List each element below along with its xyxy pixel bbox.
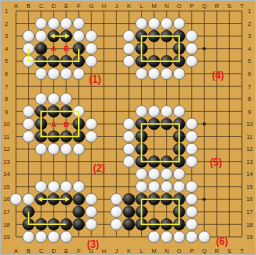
white-stone — [73, 68, 85, 80]
white-stone — [111, 193, 123, 205]
white-stone — [161, 181, 173, 193]
white-stone — [23, 231, 35, 243]
white-stone — [186, 219, 198, 231]
white-stone — [86, 193, 98, 205]
white-stone — [35, 93, 47, 105]
white-stone — [48, 143, 60, 155]
white-stone — [48, 93, 60, 105]
white-stone — [48, 18, 60, 30]
column-label-top: B — [27, 3, 31, 9]
white-stone — [173, 106, 185, 118]
column-label-top: Q — [202, 3, 207, 9]
black-stone — [123, 206, 135, 218]
white-stone — [48, 231, 60, 243]
white-stone — [86, 30, 98, 42]
column-label-bottom: F — [77, 248, 81, 254]
white-stone — [198, 231, 210, 243]
white-stone — [173, 231, 185, 243]
white-stone — [123, 30, 135, 42]
column-label-bottom: D — [51, 248, 56, 254]
white-stone — [73, 30, 85, 42]
white-stone — [10, 193, 22, 205]
column-label-top: N — [164, 3, 168, 9]
white-stone — [186, 156, 198, 168]
row-label-left: 17 — [3, 209, 10, 215]
column-label-top: H — [102, 3, 106, 9]
white-stone — [86, 43, 98, 55]
white-stone — [73, 143, 85, 155]
problem-number-label: (1) — [89, 74, 101, 85]
white-stone — [148, 231, 160, 243]
white-stone — [123, 55, 135, 67]
column-label-top: G — [89, 3, 94, 9]
column-label-top: M — [152, 3, 157, 9]
row-label-left: 18 — [3, 222, 10, 228]
column-label-bottom: N — [164, 248, 168, 254]
white-stone — [148, 68, 160, 80]
white-stone — [48, 181, 60, 193]
column-label-top: T — [240, 3, 244, 9]
white-stone — [86, 55, 98, 67]
white-stone — [35, 181, 47, 193]
white-stone — [23, 118, 35, 130]
column-label-bottom: M — [152, 248, 157, 254]
white-stone — [60, 143, 72, 155]
white-stone — [35, 231, 47, 243]
white-stone — [86, 131, 98, 143]
column-label-bottom: K — [127, 248, 131, 254]
column-label-top: P — [190, 3, 194, 9]
white-stone — [123, 131, 135, 143]
marked-point-b: B — [63, 120, 69, 129]
white-stone — [186, 30, 198, 42]
black-stone — [73, 206, 85, 218]
problem-number-label: (6) — [216, 236, 228, 247]
white-stone — [148, 18, 160, 30]
column-label-bottom: S — [227, 248, 231, 254]
white-stone — [60, 68, 72, 80]
column-label-bottom: R — [215, 248, 220, 254]
go-board[interactable]: AABBCCDDEEFFGGHHJJKKLLMMNNOOPPQQRRSSTT11… — [0, 0, 256, 255]
column-label-bottom: T — [240, 248, 244, 254]
white-stone — [111, 206, 123, 218]
column-label-bottom: P — [190, 248, 194, 254]
white-stone — [186, 206, 198, 218]
row-label-right: 13 — [246, 159, 253, 165]
row-label-left: 15 — [3, 184, 10, 190]
column-label-top: K — [127, 3, 131, 9]
white-stone — [136, 181, 148, 193]
problem-number-label: (4) — [212, 70, 224, 81]
row-label-right: 16 — [246, 196, 253, 202]
white-stone — [173, 18, 185, 30]
row-label-left: 19 — [3, 234, 10, 240]
white-stone — [186, 231, 198, 243]
white-stone — [161, 18, 173, 30]
row-label-right: 15 — [246, 184, 253, 190]
column-label-top: O — [177, 3, 182, 9]
white-stone — [148, 181, 160, 193]
column-label-bottom: H — [102, 248, 106, 254]
white-stone — [186, 118, 198, 130]
column-label-top: S — [227, 3, 231, 9]
white-stone — [173, 168, 185, 180]
column-label-top: J — [115, 3, 118, 9]
white-stone — [136, 18, 148, 30]
white-stone — [35, 18, 47, 30]
white-stone — [123, 118, 135, 130]
white-stone — [60, 93, 72, 105]
column-label-top: F — [77, 3, 81, 9]
column-label-top: D — [51, 3, 56, 9]
white-stone — [73, 181, 85, 193]
black-stone — [73, 193, 85, 205]
column-label-top: C — [39, 3, 44, 9]
white-stone — [161, 106, 173, 118]
white-stone — [186, 143, 198, 155]
row-label-left: 10 — [3, 121, 10, 127]
white-stone — [123, 143, 135, 155]
white-stone — [136, 68, 148, 80]
white-stone — [60, 231, 72, 243]
white-stone — [86, 219, 98, 231]
row-label-right: 12 — [246, 146, 253, 152]
white-stone — [173, 181, 185, 193]
white-stone — [123, 156, 135, 168]
white-stone — [23, 193, 35, 205]
white-stone — [148, 168, 160, 180]
column-label-bottom: B — [27, 248, 31, 254]
row-label-right: 17 — [246, 209, 253, 215]
white-stone — [173, 68, 185, 80]
white-stone — [148, 106, 160, 118]
black-stone — [73, 219, 85, 231]
white-stone — [35, 30, 47, 42]
row-label-right: 10 — [246, 121, 253, 127]
black-stone — [123, 193, 135, 205]
white-stone — [186, 181, 198, 193]
column-label-top: R — [215, 3, 220, 9]
white-stone — [86, 206, 98, 218]
white-stone — [136, 106, 148, 118]
marked-point-a: A — [51, 120, 57, 129]
problem-number-label: (2) — [93, 163, 105, 174]
white-stone — [23, 131, 35, 143]
row-label-left: 16 — [3, 196, 10, 202]
column-label-top: A — [14, 3, 18, 9]
marked-point-b: B — [63, 44, 69, 53]
row-label-left: 13 — [3, 159, 10, 165]
row-label-left: 14 — [3, 171, 10, 177]
row-label-right: 19 — [246, 234, 253, 240]
white-stone — [161, 168, 173, 180]
column-label-bottom: Q — [202, 248, 207, 254]
column-label-bottom: J — [115, 248, 118, 254]
go-problem-screenshot: AABBCCDDEEFFGGHHJJKKLLMMNNOOPPQQRRSSTT11… — [0, 0, 256, 255]
white-stone — [35, 143, 47, 155]
marked-point-a: A — [51, 44, 57, 53]
white-stone — [86, 118, 98, 130]
white-stone — [48, 68, 60, 80]
white-stone — [186, 55, 198, 67]
black-stone — [35, 43, 47, 55]
problem-number-label: (5) — [210, 157, 222, 168]
white-stone — [111, 219, 123, 231]
row-label-right: 14 — [246, 171, 253, 177]
problem-number-label: (3) — [87, 239, 99, 250]
column-label-bottom: E — [64, 248, 68, 254]
column-label-bottom: C — [39, 248, 44, 254]
column-label-bottom: A — [14, 248, 18, 254]
black-stone — [123, 219, 135, 231]
white-stone — [136, 168, 148, 180]
white-stone — [161, 68, 173, 80]
white-stone — [23, 106, 35, 118]
row-label-right: 18 — [246, 222, 253, 228]
column-label-bottom: O — [177, 248, 182, 254]
white-stone — [161, 231, 173, 243]
white-stone — [23, 30, 35, 42]
white-stone — [60, 181, 72, 193]
column-label-top: E — [64, 3, 68, 9]
white-stone — [186, 43, 198, 55]
white-stone — [186, 193, 198, 205]
row-label-left: 11 — [3, 134, 10, 140]
white-stone — [73, 18, 85, 30]
white-stone — [123, 43, 135, 55]
white-stone — [35, 68, 47, 80]
white-stone — [60, 18, 72, 30]
row-label-left: 12 — [3, 146, 10, 152]
white-stone — [186, 131, 198, 143]
row-label-right: 11 — [246, 134, 253, 140]
